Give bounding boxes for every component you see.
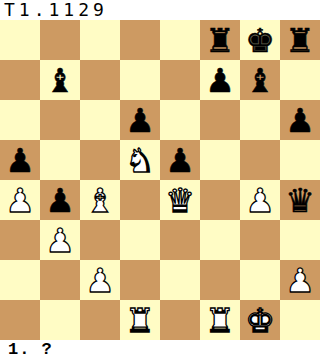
square-c5[interactable]: [80, 140, 120, 180]
white-queen[interactable]: ♛: [160, 180, 200, 220]
white-pawn[interactable]: ♟: [280, 260, 320, 300]
white-pawn[interactable]: ♟: [240, 180, 280, 220]
move-prompt: 1. ?: [8, 340, 53, 360]
square-a2[interactable]: [0, 260, 40, 300]
black-pawn[interactable]: ♟: [200, 60, 240, 100]
square-f8[interactable]: ♜: [200, 20, 240, 60]
chess-board: ♜♚♜♝♟♝♟♟♟♞♟♟♟♝♛♟♛♟♟♟♜♜♚: [0, 20, 320, 340]
white-pawn[interactable]: ♟: [0, 180, 40, 220]
square-g5[interactable]: [240, 140, 280, 180]
square-c4[interactable]: ♝: [80, 180, 120, 220]
square-f7[interactable]: ♟: [200, 60, 240, 100]
square-h7[interactable]: [280, 60, 320, 100]
black-bishop[interactable]: ♝: [240, 60, 280, 100]
white-pawn[interactable]: ♟: [40, 220, 80, 260]
black-pawn[interactable]: ♟: [0, 140, 40, 180]
square-h2[interactable]: ♟: [280, 260, 320, 300]
square-b6[interactable]: [40, 100, 80, 140]
square-f1[interactable]: ♜: [200, 300, 240, 340]
square-e8[interactable]: [160, 20, 200, 60]
white-rook[interactable]: ♜: [120, 300, 160, 340]
black-pawn[interactable]: ♟: [120, 100, 160, 140]
square-d3[interactable]: [120, 220, 160, 260]
square-d4[interactable]: [120, 180, 160, 220]
square-d2[interactable]: [120, 260, 160, 300]
black-pawn[interactable]: ♟: [40, 180, 80, 220]
square-a8[interactable]: [0, 20, 40, 60]
square-h4[interactable]: ♛: [280, 180, 320, 220]
square-a5[interactable]: ♟: [0, 140, 40, 180]
square-b4[interactable]: ♟: [40, 180, 80, 220]
chess-puzzle-app: T1.1129 ♜♚♜♝♟♝♟♟♟♞♟♟♟♝♛♟♛♟♟♟♜♜♚ 1. ?: [0, 0, 320, 360]
square-f2[interactable]: [200, 260, 240, 300]
square-g7[interactable]: ♝: [240, 60, 280, 100]
square-g6[interactable]: [240, 100, 280, 140]
square-b5[interactable]: [40, 140, 80, 180]
black-king[interactable]: ♚: [240, 20, 280, 60]
square-e3[interactable]: [160, 220, 200, 260]
square-d8[interactable]: [120, 20, 160, 60]
square-c8[interactable]: [80, 20, 120, 60]
black-rook[interactable]: ♜: [280, 20, 320, 60]
white-king[interactable]: ♚: [240, 300, 280, 340]
square-e6[interactable]: [160, 100, 200, 140]
square-b3[interactable]: ♟: [40, 220, 80, 260]
square-h5[interactable]: [280, 140, 320, 180]
square-e1[interactable]: [160, 300, 200, 340]
puzzle-title: T1.1129: [4, 0, 108, 20]
square-g1[interactable]: ♚: [240, 300, 280, 340]
square-h1[interactable]: [280, 300, 320, 340]
square-a6[interactable]: [0, 100, 40, 140]
square-c3[interactable]: [80, 220, 120, 260]
square-a1[interactable]: [0, 300, 40, 340]
black-pawn[interactable]: ♟: [160, 140, 200, 180]
square-b2[interactable]: [40, 260, 80, 300]
black-queen[interactable]: ♛: [280, 180, 320, 220]
white-bishop[interactable]: ♝: [80, 180, 120, 220]
square-f6[interactable]: [200, 100, 240, 140]
square-f3[interactable]: [200, 220, 240, 260]
square-c1[interactable]: [80, 300, 120, 340]
square-e5[interactable]: ♟: [160, 140, 200, 180]
square-d1[interactable]: ♜: [120, 300, 160, 340]
square-d5[interactable]: ♞: [120, 140, 160, 180]
black-rook[interactable]: ♜: [200, 20, 240, 60]
square-g2[interactable]: [240, 260, 280, 300]
square-e4[interactable]: ♛: [160, 180, 200, 220]
square-h3[interactable]: [280, 220, 320, 260]
square-e2[interactable]: [160, 260, 200, 300]
square-a7[interactable]: [0, 60, 40, 100]
square-g3[interactable]: [240, 220, 280, 260]
square-e7[interactable]: [160, 60, 200, 100]
black-bishop[interactable]: ♝: [40, 60, 80, 100]
square-f5[interactable]: [200, 140, 240, 180]
square-d7[interactable]: [120, 60, 160, 100]
square-b8[interactable]: [40, 20, 80, 60]
square-g8[interactable]: ♚: [240, 20, 280, 60]
white-rook[interactable]: ♜: [200, 300, 240, 340]
white-knight[interactable]: ♞: [120, 140, 160, 180]
square-d6[interactable]: ♟: [120, 100, 160, 140]
square-a4[interactable]: ♟: [0, 180, 40, 220]
square-b7[interactable]: ♝: [40, 60, 80, 100]
square-f4[interactable]: [200, 180, 240, 220]
black-pawn[interactable]: ♟: [280, 100, 320, 140]
square-g4[interactable]: ♟: [240, 180, 280, 220]
white-pawn[interactable]: ♟: [80, 260, 120, 300]
square-a3[interactable]: [0, 220, 40, 260]
square-c2[interactable]: ♟: [80, 260, 120, 300]
square-c6[interactable]: [80, 100, 120, 140]
square-h6[interactable]: ♟: [280, 100, 320, 140]
square-b1[interactable]: [40, 300, 80, 340]
square-h8[interactable]: ♜: [280, 20, 320, 60]
square-c7[interactable]: [80, 60, 120, 100]
